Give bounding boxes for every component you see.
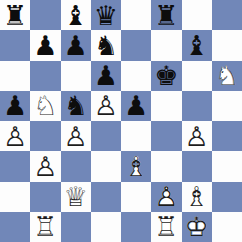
piece-glyph-fill: ♝ bbox=[64, 2, 88, 29]
square-d2[interactable] bbox=[91, 182, 121, 212]
square-e5[interactable]: ♟ bbox=[121, 91, 151, 121]
piece-black-king[interactable]: ♚ bbox=[151, 61, 181, 91]
square-b2[interactable] bbox=[30, 182, 60, 212]
square-e4[interactable] bbox=[121, 121, 151, 151]
square-e1[interactable] bbox=[121, 212, 151, 242]
piece-glyph-fill: ♟ bbox=[64, 32, 88, 59]
square-g3[interactable] bbox=[182, 151, 212, 181]
piece-glyph-outline: ♙ bbox=[64, 123, 88, 150]
square-h1[interactable] bbox=[212, 212, 242, 242]
square-a5[interactable]: ♟ bbox=[0, 91, 30, 121]
piece-white-bishop[interactable]: ♝♗ bbox=[121, 151, 151, 181]
square-c1[interactable] bbox=[61, 212, 91, 242]
square-b6[interactable] bbox=[30, 61, 60, 91]
square-c5[interactable]: ♞ bbox=[61, 91, 91, 121]
square-d1[interactable] bbox=[91, 212, 121, 242]
square-b1[interactable]: ♜♖ bbox=[30, 212, 60, 242]
square-d6[interactable]: ♟ bbox=[91, 61, 121, 91]
square-f5[interactable] bbox=[151, 91, 181, 121]
square-d4[interactable] bbox=[91, 121, 121, 151]
square-e7[interactable] bbox=[121, 30, 151, 60]
piece-black-pawn[interactable]: ♟ bbox=[30, 30, 60, 60]
piece-glyph-outline: ♙ bbox=[185, 123, 209, 150]
piece-glyph-outline: ♘ bbox=[33, 92, 57, 119]
piece-glyph-fill: ♝ bbox=[185, 32, 209, 59]
piece-black-rook[interactable]: ♜ bbox=[151, 0, 181, 30]
square-f2[interactable]: ♟♙ bbox=[151, 182, 181, 212]
piece-glyph-fill: ♞ bbox=[64, 92, 88, 119]
square-g8[interactable] bbox=[182, 0, 212, 30]
square-g5[interactable] bbox=[182, 91, 212, 121]
square-a6[interactable] bbox=[0, 61, 30, 91]
piece-glyph-fill: ♟ bbox=[3, 92, 27, 119]
piece-glyph-outline: ♕ bbox=[64, 183, 88, 210]
square-a8[interactable]: ♜ bbox=[0, 0, 30, 30]
piece-black-queen[interactable]: ♛ bbox=[91, 0, 121, 30]
piece-glyph-outline: ♖ bbox=[33, 213, 57, 240]
square-b3[interactable]: ♟♙ bbox=[30, 151, 60, 181]
piece-glyph-outline: ♙ bbox=[3, 123, 27, 150]
piece-glyph-fill: ♚ bbox=[154, 62, 178, 89]
piece-white-pawn[interactable]: ♟♙ bbox=[182, 121, 212, 151]
piece-white-pawn[interactable]: ♟♙ bbox=[61, 121, 91, 151]
piece-black-pawn[interactable]: ♟ bbox=[91, 61, 121, 91]
square-d8[interactable]: ♛ bbox=[91, 0, 121, 30]
square-f1[interactable]: ♜♖ bbox=[151, 212, 181, 242]
square-h8[interactable] bbox=[212, 0, 242, 30]
square-c6[interactable] bbox=[61, 61, 91, 91]
piece-white-king[interactable]: ♚♔ bbox=[182, 212, 212, 242]
square-c8[interactable]: ♝ bbox=[61, 0, 91, 30]
square-h7[interactable] bbox=[212, 30, 242, 60]
piece-white-pawn[interactable]: ♟♙ bbox=[151, 182, 181, 212]
piece-glyph-fill: ♟ bbox=[94, 62, 118, 89]
square-b7[interactable]: ♟ bbox=[30, 30, 60, 60]
square-h3[interactable] bbox=[212, 151, 242, 181]
piece-white-queen[interactable]: ♛♕ bbox=[61, 182, 91, 212]
square-c4[interactable]: ♟♙ bbox=[61, 121, 91, 151]
piece-glyph-outline: ♙ bbox=[94, 92, 118, 119]
piece-glyph-fill: ♜ bbox=[154, 2, 178, 29]
square-a7[interactable] bbox=[0, 30, 30, 60]
piece-black-pawn[interactable]: ♟ bbox=[61, 30, 91, 60]
square-g7[interactable]: ♝ bbox=[182, 30, 212, 60]
piece-white-pawn[interactable]: ♟♙ bbox=[0, 121, 30, 151]
square-b5[interactable]: ♞♘ bbox=[30, 91, 60, 121]
piece-glyph-outline: ♔ bbox=[185, 213, 209, 240]
square-g1[interactable]: ♚♔ bbox=[182, 212, 212, 242]
piece-glyph-outline: ♙ bbox=[154, 183, 178, 210]
piece-white-pawn[interactable]: ♟♙ bbox=[30, 151, 60, 181]
piece-glyph-outline: ♖ bbox=[154, 213, 178, 240]
square-g2[interactable]: ♝♗ bbox=[182, 182, 212, 212]
square-d7[interactable]: ♞ bbox=[91, 30, 121, 60]
piece-glyph-outline: ♗ bbox=[124, 153, 148, 180]
piece-glyph-outline: ♘ bbox=[215, 62, 239, 89]
square-f3[interactable] bbox=[151, 151, 181, 181]
square-b8[interactable] bbox=[30, 0, 60, 30]
square-h6[interactable]: ♞♘ bbox=[212, 61, 242, 91]
piece-black-rook[interactable]: ♜ bbox=[0, 0, 30, 30]
square-f6[interactable]: ♚ bbox=[151, 61, 181, 91]
piece-white-rook[interactable]: ♜♖ bbox=[151, 212, 181, 242]
square-g4[interactable]: ♟♙ bbox=[182, 121, 212, 151]
square-d3[interactable] bbox=[91, 151, 121, 181]
square-a1[interactable] bbox=[0, 212, 30, 242]
piece-glyph-outline: ♗ bbox=[185, 183, 209, 210]
square-f7[interactable] bbox=[151, 30, 181, 60]
piece-black-knight[interactable]: ♞ bbox=[61, 91, 91, 121]
piece-white-knight[interactable]: ♞♘ bbox=[212, 61, 242, 91]
piece-glyph-fill: ♟ bbox=[33, 32, 57, 59]
square-b4[interactable] bbox=[30, 121, 60, 151]
square-h2[interactable] bbox=[212, 182, 242, 212]
square-e6[interactable] bbox=[121, 61, 151, 91]
square-a4[interactable]: ♟♙ bbox=[0, 121, 30, 151]
square-e2[interactable] bbox=[121, 182, 151, 212]
square-h5[interactable] bbox=[212, 91, 242, 121]
chess-board: ♜♝♛♜♟♟♞♝♟♚♞♘♟♞♘♞♟♙♟♟♙♟♙♟♙♟♙♝♗♛♕♟♙♝♗♜♖♜♖♚… bbox=[0, 0, 242, 242]
square-a3[interactable] bbox=[0, 151, 30, 181]
square-c7[interactable]: ♟ bbox=[61, 30, 91, 60]
square-c2[interactable]: ♛♕ bbox=[61, 182, 91, 212]
square-h4[interactable] bbox=[212, 121, 242, 151]
piece-black-bishop[interactable]: ♝ bbox=[182, 30, 212, 60]
piece-black-pawn[interactable]: ♟ bbox=[0, 91, 30, 121]
square-e3[interactable]: ♝♗ bbox=[121, 151, 151, 181]
square-g6[interactable] bbox=[182, 61, 212, 91]
piece-glyph-fill: ♜ bbox=[3, 2, 27, 29]
square-f4[interactable] bbox=[151, 121, 181, 151]
piece-glyph-fill: ♞ bbox=[94, 32, 118, 59]
piece-white-rook[interactable]: ♜♖ bbox=[30, 212, 60, 242]
piece-black-bishop[interactable]: ♝ bbox=[61, 0, 91, 30]
piece-black-knight[interactable]: ♞ bbox=[91, 30, 121, 60]
piece-white-knight[interactable]: ♞♘ bbox=[30, 91, 60, 121]
piece-black-pawn[interactable]: ♟ bbox=[121, 91, 151, 121]
square-d5[interactable]: ♟♙ bbox=[91, 91, 121, 121]
piece-glyph-fill: ♛ bbox=[94, 2, 118, 29]
piece-white-bishop[interactable]: ♝♗ bbox=[182, 182, 212, 212]
square-a2[interactable] bbox=[0, 182, 30, 212]
piece-white-pawn[interactable]: ♟♙ bbox=[91, 91, 121, 121]
square-f8[interactable]: ♜ bbox=[151, 0, 181, 30]
piece-glyph-fill: ♟ bbox=[124, 92, 148, 119]
piece-glyph-outline: ♙ bbox=[33, 153, 57, 180]
square-e8[interactable] bbox=[121, 0, 151, 30]
square-c3[interactable] bbox=[61, 151, 91, 181]
